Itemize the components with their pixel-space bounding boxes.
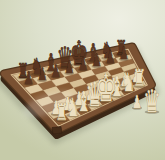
piece-black-p-b7: ♟ [37,65,46,84]
piece-black-p-a7: ♟ [24,68,33,87]
piece-white-q-spare: ♛ [143,83,160,119]
piece-black-p-d7: ♟ [65,58,74,77]
piece-black-p-c7: ♟ [51,61,60,80]
piece-white-p-spare: ♟ [132,91,142,111]
board-clasp [52,127,62,135]
piece-black-p-e7: ♟ [78,54,87,73]
piece-black-p-h7: ♟ [119,44,128,63]
piece-black-p-g7: ♟ [105,47,114,66]
chess-set-photo: ♜♞♝♛♚♝♞♜♟♟♟♟♟♟♟♟♟♟♟♟♟♟♟♟♜♞♝♛♚♝♞♜♟♛ [0,0,165,160]
chess-board: ♜♞♝♛♚♝♞♜♟♟♟♟♟♟♟♟♟♟♟♟♟♟♟♟♜♞♝♛♚♝♞♜♟♛ [0,0,165,160]
